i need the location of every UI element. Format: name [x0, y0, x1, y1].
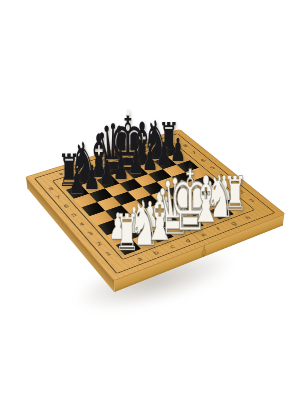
black-pawn-icon: ♟ — [68, 165, 85, 199]
white-rook-icon: ♜ — [223, 170, 247, 217]
product-photo: abcdefgh abcdefgh 87654321 87654321 ♜♞♝♛… — [0, 0, 297, 420]
black-pawn-icon: ♟ — [83, 160, 100, 194]
pieces-layer: ♜♞♝♛♚♝♞♜♟♟♟♟♟♟♟♟♟♟♟♟♟♟♟♟♜♞♝♛♚♝♞♜ — [0, 0, 297, 420]
